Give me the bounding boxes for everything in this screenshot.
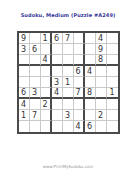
cell-r3c5[interactable]	[63, 55, 74, 66]
cell-r1c9[interactable]	[107, 33, 118, 44]
cell-r7c1[interactable]: 4	[19, 99, 30, 110]
cell-r9c6[interactable]: 4	[74, 121, 85, 132]
cell-r2c3[interactable]	[41, 44, 52, 55]
cell-r6c6[interactable]: 7	[74, 88, 85, 99]
cell-r1c6[interactable]	[74, 33, 85, 44]
cell-r1c1[interactable]: 9	[19, 33, 30, 44]
cell-r8c6[interactable]	[74, 110, 85, 121]
cell-r1c4[interactable]: 6	[52, 33, 63, 44]
cell-r2c5[interactable]	[63, 44, 74, 55]
cell-r3c2[interactable]	[30, 55, 41, 66]
cell-r5c8[interactable]	[96, 77, 107, 88]
cell-r2c2[interactable]: 6	[30, 44, 41, 55]
cell-r8c5[interactable]: 3	[63, 110, 74, 121]
cell-r1c7[interactable]	[85, 33, 96, 44]
cell-r9c8[interactable]	[96, 121, 107, 132]
cell-r9c2[interactable]	[30, 121, 41, 132]
cell-r2c6[interactable]	[74, 44, 85, 55]
cell-r8c4[interactable]	[52, 110, 63, 121]
cell-r3c4[interactable]	[52, 55, 63, 66]
cell-r2c7[interactable]	[85, 44, 96, 55]
cell-r4c6[interactable]: 6	[74, 66, 85, 77]
cell-r2c8[interactable]: 9	[96, 44, 107, 55]
cell-r8c7[interactable]	[85, 110, 96, 121]
cell-r9c9[interactable]	[107, 121, 118, 132]
cell-r4c9[interactable]	[107, 66, 118, 77]
cell-r6c5[interactable]	[63, 88, 74, 99]
cell-r4c4[interactable]	[52, 66, 63, 77]
cell-r9c5[interactable]	[63, 121, 74, 132]
cell-r4c7[interactable]: 4	[85, 66, 96, 77]
cell-r7c3[interactable]: 2	[41, 99, 52, 110]
cell-r6c1[interactable]: 6	[19, 88, 30, 99]
cell-r5c7[interactable]	[85, 77, 96, 88]
cell-r8c3[interactable]	[41, 110, 52, 121]
cell-r4c3[interactable]	[41, 66, 52, 77]
cell-r1c2[interactable]	[30, 33, 41, 44]
cell-r6c7[interactable]: 8	[85, 88, 96, 99]
grid-wrapper: 9167436948643163478142173246	[0, 31, 136, 134]
cell-r7c2[interactable]	[30, 99, 41, 110]
cell-r8c8[interactable]: 2	[96, 110, 107, 121]
cell-r5c9[interactable]	[107, 77, 118, 88]
cell-r5c5[interactable]: 1	[63, 77, 74, 88]
cell-r9c4[interactable]	[52, 121, 63, 132]
cell-r4c2[interactable]	[30, 66, 41, 77]
cell-r3c9[interactable]	[107, 55, 118, 66]
cell-r5c2[interactable]	[30, 77, 41, 88]
cell-r1c3[interactable]: 1	[41, 33, 52, 44]
cell-r4c1[interactable]	[19, 66, 30, 77]
cell-r7c9[interactable]	[107, 99, 118, 110]
cell-r6c3[interactable]	[41, 88, 52, 99]
cell-r1c5[interactable]: 7	[63, 33, 74, 44]
cell-r6c8[interactable]	[96, 88, 107, 99]
cell-r6c2[interactable]: 3	[30, 88, 41, 99]
cell-r6c9[interactable]: 1	[107, 88, 118, 99]
cell-r9c7[interactable]: 6	[85, 121, 96, 132]
cell-r5c1[interactable]	[19, 77, 30, 88]
cell-r3c1[interactable]	[19, 55, 30, 66]
cell-r7c8[interactable]	[96, 99, 107, 110]
cell-r7c4[interactable]	[52, 99, 63, 110]
cell-r4c8[interactable]	[96, 66, 107, 77]
cell-r5c3[interactable]	[41, 77, 52, 88]
cell-r5c6[interactable]	[74, 77, 85, 88]
cell-r8c1[interactable]: 1	[19, 110, 30, 121]
cell-r3c3[interactable]: 4	[41, 55, 52, 66]
cell-r7c5[interactable]	[63, 99, 74, 110]
cell-r2c4[interactable]	[52, 44, 63, 55]
cell-r9c3[interactable]	[41, 121, 52, 132]
footer-url: www.PrintMySudoku.com	[0, 164, 136, 169]
cell-r7c7[interactable]	[85, 99, 96, 110]
cell-r4c5[interactable]	[63, 66, 74, 77]
cell-r3c6[interactable]	[74, 55, 85, 66]
cell-r3c8[interactable]: 8	[96, 55, 107, 66]
cell-r6c4[interactable]: 4	[52, 88, 63, 99]
cell-r2c9[interactable]	[107, 44, 118, 55]
cell-r7c6[interactable]	[74, 99, 85, 110]
cell-r3c7[interactable]	[85, 55, 96, 66]
cell-r8c9[interactable]	[107, 110, 118, 121]
cell-r9c1[interactable]	[19, 121, 30, 132]
sudoku-grid: 9167436948643163478142173246	[17, 31, 120, 134]
cell-r1c8[interactable]: 4	[96, 33, 107, 44]
page-title: Sudoku, Medium (Puzzle #A249)	[0, 12, 136, 18]
cell-r8c2[interactable]: 7	[30, 110, 41, 121]
cell-r5c4[interactable]: 3	[52, 77, 63, 88]
cell-r2c1[interactable]: 3	[19, 44, 30, 55]
